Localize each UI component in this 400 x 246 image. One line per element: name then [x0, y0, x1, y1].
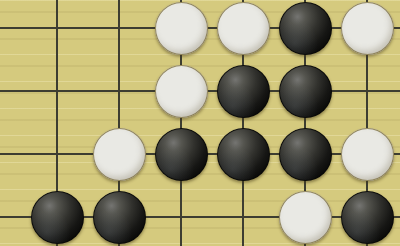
black-stone[interactable] — [93, 191, 146, 244]
white-stone[interactable] — [341, 128, 394, 181]
white-stone[interactable] — [93, 128, 146, 181]
white-stone[interactable] — [155, 65, 208, 118]
black-stone[interactable] — [217, 65, 270, 118]
black-stone[interactable] — [279, 65, 332, 118]
white-stone[interactable] — [155, 2, 208, 55]
white-stone[interactable] — [279, 191, 332, 244]
white-stone[interactable] — [217, 2, 270, 55]
black-stone[interactable] — [217, 128, 270, 181]
black-stone[interactable] — [279, 128, 332, 181]
go-board[interactable] — [0, 0, 400, 246]
black-stone[interactable] — [31, 191, 84, 244]
black-stone[interactable] — [341, 191, 394, 244]
white-stone[interactable] — [341, 2, 394, 55]
black-stone[interactable] — [155, 128, 208, 181]
black-stone[interactable] — [279, 2, 332, 55]
